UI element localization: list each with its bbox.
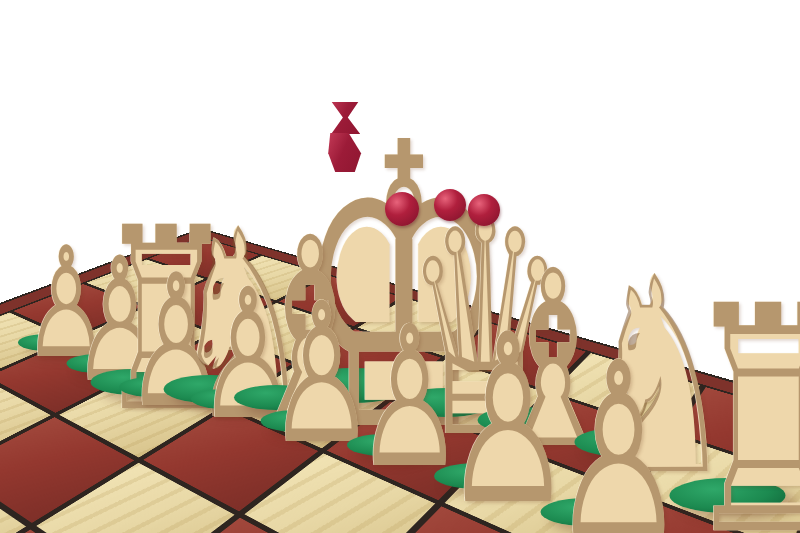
pawn-glyph-outline: ♙ bbox=[268, 277, 324, 471]
rook-glyph-outline: ♖ bbox=[681, 265, 772, 533]
red-ball-finial bbox=[434, 189, 466, 221]
piece-white-pawn-a2: ♟♙ bbox=[529, 335, 644, 521]
pawn-glyph-outline: ♙ bbox=[550, 330, 621, 533]
red-cross-finial bbox=[328, 102, 363, 172]
chess-set-photo: ♟♙♟♙♟♙♟♙♟♙♟♙♟♙♟♙♜♖♞♘♝♗♚♔♛♕♝♗♞♘♜♖ bbox=[0, 0, 800, 533]
pawn-glyph-outline: ♙ bbox=[355, 300, 412, 495]
piece-white-pawn-d2: ♟♙ bbox=[251, 280, 342, 427]
piece-white-pawn-c2: ♟♙ bbox=[338, 303, 430, 451]
pieces-layer: ♟♙♟♙♟♙♟♙♟♙♟♙♟♙♟♙♜♖♞♘♝♗♚♔♛♕♝♗♞♘♜♖ bbox=[0, 0, 800, 533]
pawn-glyph-outline: ♙ bbox=[443, 303, 511, 533]
red-ball-finial bbox=[385, 192, 419, 226]
piece-white-pawn-b2: ♟♙ bbox=[422, 307, 532, 484]
